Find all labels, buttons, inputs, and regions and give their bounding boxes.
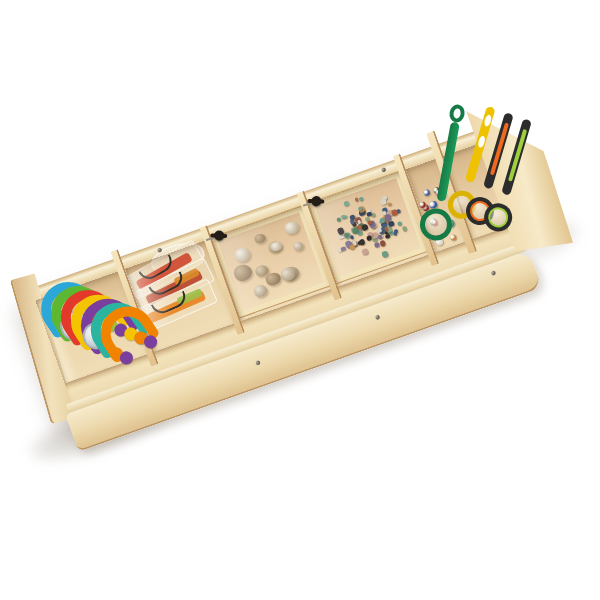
- product-photo-stage: [0, 0, 600, 600]
- discovery-tray: [17, 129, 544, 454]
- handle-loop: [448, 103, 466, 123]
